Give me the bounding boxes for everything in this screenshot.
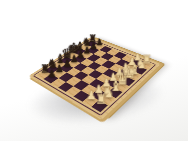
piece-black-pawn: ♟ <box>47 69 56 79</box>
photo-frame: ♜♞♝♛♚♝♞♜♟♟♟♟♟♟♟♟♟♟♟♟♟♟♟♟♜♞♝♛♚♝♞♜ <box>0 0 188 141</box>
piece-white-rook: ♜ <box>95 93 107 107</box>
